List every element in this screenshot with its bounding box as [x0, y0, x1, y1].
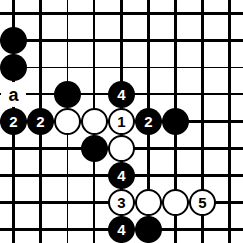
black-stone-4[interactable]: 4 — [108, 216, 135, 243]
black-stone[interactable] — [162, 108, 189, 135]
white-stone-5[interactable]: 5 — [189, 189, 216, 216]
black-stone-4[interactable]: 4 — [108, 162, 135, 189]
white-stone[interactable] — [162, 189, 189, 216]
black-stone[interactable] — [81, 135, 108, 162]
black-stone-2[interactable]: 2 — [27, 108, 54, 135]
black-stone[interactable] — [54, 81, 81, 108]
white-stone[interactable] — [108, 135, 135, 162]
white-stone-1[interactable]: 1 — [108, 108, 135, 135]
black-stone-4[interactable]: 4 — [108, 81, 135, 108]
white-stone[interactable] — [135, 189, 162, 216]
white-stone[interactable] — [54, 108, 81, 135]
white-stone-3[interactable]: 3 — [108, 189, 135, 216]
black-stone-2[interactable]: 2 — [0, 108, 27, 135]
black-stone[interactable] — [135, 216, 162, 243]
black-stone[interactable] — [0, 54, 27, 81]
go-board[interactable]: a422124354 — [0, 0, 243, 243]
black-stone-2[interactable]: 2 — [135, 108, 162, 135]
black-stone[interactable] — [0, 27, 27, 54]
white-stone[interactable] — [81, 108, 108, 135]
point-label-a[interactable]: a — [1, 82, 26, 107]
